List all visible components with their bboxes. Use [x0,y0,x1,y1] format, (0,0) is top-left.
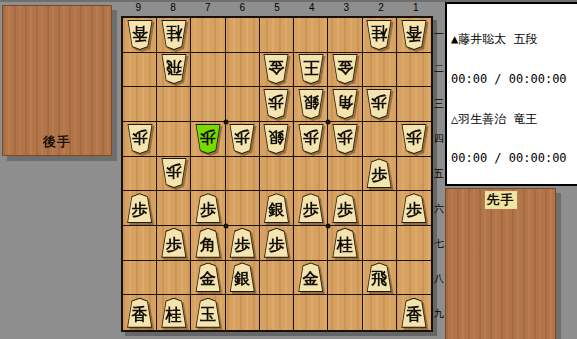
file-label: 2 [364,1,399,14]
board-cell-54[interactable]: 銀 [260,122,294,157]
board-cell-89[interactable]: 桂 [157,295,191,330]
piece-wrap: 桂 [161,298,187,328]
board-cell-51[interactable] [260,18,294,53]
board-cell-88[interactable] [157,261,191,296]
piece-wrap: 香 [127,298,153,328]
game-info-panel: ▲藤井聡太 五段 00:00 / 00:00:00 △羽生善治 竜王 00:00… [445,2,577,186]
rank-label: 六 [433,192,445,227]
star-point [326,120,331,125]
shogi-piece-歩-46[interactable]: 歩 [298,193,324,223]
board-cell-53[interactable]: 歩 [260,87,294,122]
piece-wrap: 香 [401,298,427,328]
shogi-piece-歩-74[interactable]: 歩 [195,124,221,154]
shogi-piece-歩-23[interactable]: 歩 [366,89,392,119]
gote-tray-label: 後手 [43,133,71,151]
board-cell-55[interactable] [260,157,294,192]
board-cell-37[interactable]: 桂 [328,226,362,261]
board-cell-57[interactable]: 歩 [260,226,294,261]
board-cell-83[interactable] [157,87,191,122]
shogi-piece-歩-16[interactable]: 歩 [401,193,427,223]
board-cell-73[interactable] [191,87,225,122]
board-cell-16[interactable]: 歩 [397,191,431,226]
file-label: 6 [225,1,260,14]
board-cell-11[interactable]: 香 [397,18,431,53]
sente-player-line: ▲藤井聡太 五段 [451,33,577,46]
piece-wrap: 銀 [229,262,255,292]
board-cell-92[interactable] [123,53,157,88]
shogi-piece-香-11[interactable]: 香 [401,20,427,50]
shogi-piece-桂-81[interactable]: 桂 [161,20,187,50]
piece-wrap: 銀 [298,89,324,119]
board-cell-18[interactable] [397,261,431,296]
rank-label: 九 [433,297,445,332]
board-cell-52[interactable]: 金 [260,53,294,88]
board-cell-58[interactable] [260,261,294,296]
board-cell-96[interactable]: 歩 [123,191,157,226]
shogi-piece-金-52[interactable]: 金 [263,54,289,84]
shogi-piece-玉-79[interactable]: 玉 [195,298,221,328]
board-cell-43[interactable]: 銀 [294,87,328,122]
piece-wrap: 金 [195,262,221,292]
board-cell-21[interactable]: 桂 [363,18,397,53]
board-cell-72[interactable] [191,53,225,88]
board-cell-23[interactable]: 歩 [363,87,397,122]
shogi-piece-歩-67[interactable]: 歩 [229,228,255,258]
piece-wrap: 歩 [229,228,255,258]
rank-label: 一 [433,16,445,51]
piece-wrap: 飛 [366,262,392,292]
shogi-piece-香-99[interactable]: 香 [127,298,153,328]
board-cell-27[interactable] [363,226,397,261]
shogi-piece-歩-94[interactable]: 歩 [127,124,153,154]
piece-wrap: 玉 [195,298,221,328]
board-cell-87[interactable]: 歩 [157,226,191,261]
board-cell-48[interactable]: 金 [294,261,328,296]
piece-wrap: 歩 [229,124,255,154]
piece-wrap: 歩 [161,158,187,188]
board-cell-25[interactable]: 歩 [363,157,397,192]
shogi-piece-金-48[interactable]: 金 [298,262,324,292]
board-cell-26[interactable] [363,191,397,226]
board-cell-12[interactable] [397,53,431,88]
shogi-piece-歩-64[interactable]: 歩 [229,124,255,154]
sente-tray-label: 先手 [485,191,517,209]
board-cell-78[interactable]: 金 [191,261,225,296]
gote-player-line: △羽生善治 竜王 [451,113,577,126]
shogi-piece-桂-21[interactable]: 桂 [366,20,392,50]
piece-wrap: 歩 [127,124,153,154]
board-cell-81[interactable]: 桂 [157,18,191,53]
shogi-piece-歩-85[interactable]: 歩 [161,158,187,188]
board-cell-24[interactable] [363,122,397,157]
shogi-piece-銀-56[interactable]: 銀 [263,193,289,223]
board-cell-98[interactable] [123,261,157,296]
shogi-piece-角-77[interactable]: 角 [195,228,221,258]
board-cell-35[interactable] [328,157,362,192]
board-cell-29[interactable] [363,295,397,330]
board-cell-33[interactable]: 角 [328,87,362,122]
file-label: 8 [156,1,191,14]
piece-wrap: 歩 [332,124,358,154]
star-point [326,224,331,229]
board-cell-17[interactable] [397,226,431,261]
shogi-piece-桂-37[interactable]: 桂 [332,228,358,258]
gote-clock: 00:00 / 00:00:00 [451,152,577,165]
shogi-piece-歩-34[interactable]: 歩 [332,124,358,154]
board-cell-91[interactable]: 香 [123,18,157,53]
board-cell-39[interactable] [328,295,362,330]
shogi-piece-銀-54[interactable]: 銀 [263,124,289,154]
board-cell-47[interactable] [294,226,328,261]
board-cell-62[interactable] [226,53,260,88]
board-cell-85[interactable]: 歩 [157,157,191,192]
rank-label: 七 [433,227,445,262]
shogi-piece-歩-14[interactable]: 歩 [401,124,427,154]
shogi-piece-飛-28[interactable]: 飛 [366,262,392,292]
board-cell-97[interactable] [123,226,157,261]
piece-wrap: 歩 [366,89,392,119]
shogi-piece-歩-44[interactable]: 歩 [298,124,324,154]
board-cell-49[interactable] [294,295,328,330]
piece-wrap: 歩 [366,158,392,188]
board-cell-71[interactable] [191,18,225,53]
rank-label: 八 [433,262,445,297]
file-label: 3 [329,1,364,14]
shogi-piece-桂-89[interactable]: 桂 [161,298,187,328]
board-cell-76[interactable]: 歩 [191,191,225,226]
file-label: 7 [190,1,225,14]
board-cell-46[interactable]: 歩 [294,191,328,226]
sente-clock: 00:00 / 00:00:00 [451,73,577,86]
board-grid: 香桂桂香飛金王金歩銀角歩歩歩歩銀歩歩歩歩歩歩歩銀歩歩歩歩角歩歩桂金銀金飛香桂玉香 [123,18,431,330]
board-cell-56[interactable]: 銀 [260,191,294,226]
shogi-piece-銀-43[interactable]: 銀 [298,89,324,119]
board-cell-15[interactable] [397,157,431,192]
piece-wrap: 歩 [298,124,324,154]
shogi-app-window: 後手 9 8 7 6 5 4 3 2 1 一 二 三 四 五 六 七 八 九 香… [0,0,577,339]
shogi-piece-歩-57[interactable]: 歩 [263,228,289,258]
piece-wrap: 桂 [332,228,358,258]
shogi-piece-香-91[interactable]: 香 [127,20,153,50]
star-point [223,120,228,125]
board-cell-59[interactable] [260,295,294,330]
shogi-piece-王-42[interactable]: 王 [298,54,324,84]
shogi-piece-歩-53[interactable]: 歩 [263,89,289,119]
board-cell-32[interactable]: 金 [328,53,362,88]
board-cell-68[interactable]: 銀 [226,261,260,296]
board-cell-41[interactable] [294,18,328,53]
piece-wrap: 香 [127,20,153,50]
board-cell-79[interactable]: 玉 [191,295,225,330]
board-cell-36[interactable]: 歩 [328,191,362,226]
piece-wrap: 歩 [401,193,427,223]
piece-wrap: 銀 [263,124,289,154]
rank-labels: 一 二 三 四 五 六 七 八 九 [433,16,445,332]
board-cell-61[interactable] [226,18,260,53]
shogi-board: 香桂桂香飛金王金歩銀角歩歩歩歩銀歩歩歩歩歩歩歩銀歩歩歩歩角歩歩桂金銀金飛香桂玉香 [121,16,433,332]
shogi-piece-歩-87[interactable]: 歩 [161,228,187,258]
board-cell-67[interactable]: 歩 [226,226,260,261]
board-cell-38[interactable] [328,261,362,296]
star-point [223,224,228,229]
file-labels: 9 8 7 6 5 4 3 2 1 [121,1,433,14]
board-cell-86[interactable] [157,191,191,226]
rank-label: 四 [433,121,445,156]
board-cell-95[interactable] [123,157,157,192]
board-cell-14[interactable]: 歩 [397,122,431,157]
shogi-piece-金-78[interactable]: 金 [195,262,221,292]
shogi-piece-歩-76[interactable]: 歩 [195,193,221,223]
piece-wrap: 角 [332,89,358,119]
board-cell-64[interactable]: 歩 [226,122,260,157]
shogi-piece-香-19[interactable]: 香 [401,298,427,328]
sente-hand-tray[interactable]: 先手 [445,188,556,339]
piece-wrap: 歩 [195,124,221,154]
board-cell-75[interactable] [191,157,225,192]
piece-wrap: 歩 [195,193,221,223]
file-label: 5 [260,1,295,14]
piece-wrap: 金 [263,54,289,84]
piece-wrap: 歩 [263,228,289,258]
gote-hand-tray[interactable]: 後手 [2,5,112,156]
shogi-piece-飛-82[interactable]: 飛 [161,54,187,84]
board-cell-65[interactable] [226,157,260,192]
board-cell-63[interactable] [226,87,260,122]
board-cell-44[interactable]: 歩 [294,122,328,157]
rank-label: 二 [433,51,445,86]
piece-wrap: 桂 [366,20,392,50]
rank-label: 五 [433,156,445,191]
piece-wrap: 歩 [263,89,289,119]
piece-wrap: 香 [401,20,427,50]
board-cell-74[interactable]: 歩 [191,122,225,157]
piece-wrap: 角 [195,228,221,258]
shogi-piece-銀-68[interactable]: 銀 [229,262,255,292]
board-cell-31[interactable] [328,18,362,53]
piece-wrap: 歩 [332,193,358,223]
board-cell-34[interactable]: 歩 [328,122,362,157]
board-cell-94[interactable]: 歩 [123,122,157,157]
file-label: 1 [398,1,433,14]
board-cell-93[interactable] [123,87,157,122]
piece-wrap: 歩 [298,193,324,223]
piece-wrap: 王 [298,54,324,84]
board-cell-13[interactable] [397,87,431,122]
board-cell-77[interactable]: 角 [191,226,225,261]
board-cell-19[interactable]: 香 [397,295,431,330]
board-cell-82[interactable]: 飛 [157,53,191,88]
piece-wrap: 歩 [127,193,153,223]
piece-wrap: 歩 [161,228,187,258]
board-cell-42[interactable]: 王 [294,53,328,88]
board-cell-66[interactable] [226,191,260,226]
shogi-piece-歩-96[interactable]: 歩 [127,193,153,223]
piece-wrap: 銀 [263,193,289,223]
piece-wrap: 金 [332,54,358,84]
shogi-piece-金-32[interactable]: 金 [332,54,358,84]
rank-label: 三 [433,86,445,121]
board-cell-69[interactable] [226,295,260,330]
file-label: 9 [121,1,156,14]
shogi-piece-歩-25[interactable]: 歩 [366,158,392,188]
board-cell-22[interactable] [363,53,397,88]
board-cell-84[interactable] [157,122,191,157]
piece-wrap: 歩 [401,124,427,154]
board-cell-28[interactable]: 飛 [363,261,397,296]
board-cell-99[interactable]: 香 [123,295,157,330]
shogi-piece-角-33[interactable]: 角 [332,89,358,119]
file-label: 4 [294,1,329,14]
board-cell-45[interactable] [294,157,328,192]
shogi-piece-歩-36[interactable]: 歩 [332,193,358,223]
piece-wrap: 飛 [161,54,187,84]
piece-wrap: 桂 [161,20,187,50]
piece-wrap: 金 [298,262,324,292]
